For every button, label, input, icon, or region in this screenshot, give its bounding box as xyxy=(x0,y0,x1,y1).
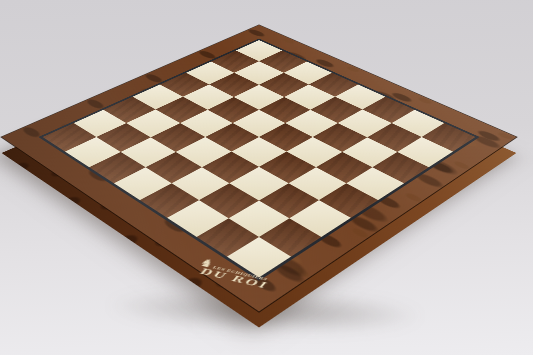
product-photo-canvas: ♞ LES ÉCHIQUIERS DU ROI xyxy=(0,0,533,355)
board-grid xyxy=(43,40,476,277)
inlay-frame xyxy=(38,39,479,281)
